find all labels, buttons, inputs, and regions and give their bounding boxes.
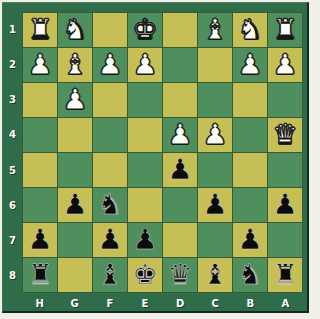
square-f2[interactable]: ♟ xyxy=(93,48,127,82)
square-g8[interactable] xyxy=(58,258,92,292)
square-e8[interactable]: ♚ xyxy=(128,258,162,292)
square-b5[interactable] xyxy=(233,153,267,187)
rank-label-1: 1 xyxy=(3,12,22,47)
square-d3[interactable] xyxy=(163,83,197,117)
square-d4[interactable]: ♟ xyxy=(163,118,197,152)
file-label-e: E xyxy=(127,295,162,312)
square-a6[interactable]: ♟ xyxy=(268,188,302,222)
square-h2[interactable]: ♟ xyxy=(23,48,57,82)
square-h6[interactable] xyxy=(23,188,57,222)
square-c4[interactable]: ♟ xyxy=(198,118,232,152)
square-b1[interactable]: ♞ xyxy=(233,13,267,47)
square-b7[interactable]: ♟ xyxy=(233,223,267,257)
piece-white-knight: ♞ xyxy=(233,13,267,47)
chess-board[interactable]: ♜♞♚♝♞♜♟♝♟♟♟♟♟♟♟♛♟♟♞♟♟♟♟♟♟♜♝♚♛♝♞♜ xyxy=(22,12,303,293)
rank-label-4: 4 xyxy=(3,117,22,152)
square-a5[interactable] xyxy=(268,153,302,187)
square-d2[interactable] xyxy=(163,48,197,82)
piece-black-pawn: ♟ xyxy=(23,223,57,257)
file-label-f: F xyxy=(92,295,127,312)
piece-white-pawn: ♟ xyxy=(163,118,197,152)
square-b8[interactable]: ♞ xyxy=(233,258,267,292)
piece-black-pawn: ♟ xyxy=(128,223,162,257)
square-a7[interactable] xyxy=(268,223,302,257)
square-f5[interactable] xyxy=(93,153,127,187)
square-h7[interactable]: ♟ xyxy=(23,223,57,257)
square-h1[interactable]: ♜ xyxy=(23,13,57,47)
piece-black-queen: ♛ xyxy=(163,258,197,292)
file-label-g: G xyxy=(57,295,92,312)
square-c1[interactable]: ♝ xyxy=(198,13,232,47)
square-d8[interactable]: ♛ xyxy=(163,258,197,292)
square-b6[interactable] xyxy=(233,188,267,222)
square-e2[interactable]: ♟ xyxy=(128,48,162,82)
piece-black-pawn: ♟ xyxy=(268,188,302,222)
square-a4[interactable]: ♛ xyxy=(268,118,302,152)
piece-white-pawn: ♟ xyxy=(128,48,162,82)
piece-black-pawn: ♟ xyxy=(233,223,267,257)
square-f7[interactable]: ♟ xyxy=(93,223,127,257)
piece-black-knight: ♞ xyxy=(93,188,127,222)
square-d1[interactable] xyxy=(163,13,197,47)
file-label-h: H xyxy=(22,295,57,312)
square-g3[interactable]: ♟ xyxy=(58,83,92,117)
piece-black-pawn: ♟ xyxy=(163,153,197,187)
rank-label-5: 5 xyxy=(3,153,22,188)
file-labels: HGFEDCBA xyxy=(22,295,303,312)
piece-black-rook: ♜ xyxy=(268,258,302,292)
square-h3[interactable] xyxy=(23,83,57,117)
square-e1[interactable]: ♚ xyxy=(128,13,162,47)
square-f3[interactable] xyxy=(93,83,127,117)
file-label-a: A xyxy=(268,295,303,312)
square-b2[interactable]: ♟ xyxy=(233,48,267,82)
square-h5[interactable] xyxy=(23,153,57,187)
square-g5[interactable] xyxy=(58,153,92,187)
square-f1[interactable] xyxy=(93,13,127,47)
square-f4[interactable] xyxy=(93,118,127,152)
piece-black-pawn: ♟ xyxy=(93,223,127,257)
square-a8[interactable]: ♜ xyxy=(268,258,302,292)
square-h4[interactable] xyxy=(23,118,57,152)
piece-white-knight: ♞ xyxy=(58,13,92,47)
square-g2[interactable]: ♝ xyxy=(58,48,92,82)
piece-black-king: ♚ xyxy=(128,258,162,292)
rank-labels: 12345678 xyxy=(3,12,22,293)
rank-label-6: 6 xyxy=(3,188,22,223)
square-e3[interactable] xyxy=(128,83,162,117)
piece-white-bishop: ♝ xyxy=(198,13,232,47)
square-c7[interactable] xyxy=(198,223,232,257)
piece-white-pawn: ♟ xyxy=(23,48,57,82)
page-background: 12345678 ♜♞♚♝♞♜♟♝♟♟♟♟♟♟♟♛♟♟♞♟♟♟♟♟♟♜♝♚♛♝♞… xyxy=(0,0,320,319)
square-c3[interactable] xyxy=(198,83,232,117)
square-h8[interactable]: ♜ xyxy=(23,258,57,292)
rank-label-3: 3 xyxy=(3,82,22,117)
square-g7[interactable] xyxy=(58,223,92,257)
piece-black-bishop: ♝ xyxy=(93,258,127,292)
square-f8[interactable]: ♝ xyxy=(93,258,127,292)
piece-white-bishop: ♝ xyxy=(58,48,92,82)
square-c5[interactable] xyxy=(198,153,232,187)
square-g6[interactable]: ♟ xyxy=(58,188,92,222)
square-a3[interactable] xyxy=(268,83,302,117)
piece-white-pawn: ♟ xyxy=(58,83,92,117)
square-d5[interactable]: ♟ xyxy=(163,153,197,187)
rank-label-2: 2 xyxy=(3,47,22,82)
piece-white-pawn: ♟ xyxy=(233,48,267,82)
piece-black-pawn: ♟ xyxy=(198,188,232,222)
square-d6[interactable] xyxy=(163,188,197,222)
square-b4[interactable] xyxy=(233,118,267,152)
rank-label-8: 8 xyxy=(3,258,22,293)
piece-white-rook: ♜ xyxy=(23,13,57,47)
piece-white-rook: ♜ xyxy=(268,13,302,47)
square-a2[interactable]: ♟ xyxy=(268,48,302,82)
piece-white-pawn: ♟ xyxy=(198,118,232,152)
square-e7[interactable]: ♟ xyxy=(128,223,162,257)
square-f6[interactable]: ♞ xyxy=(93,188,127,222)
rank-label-7: 7 xyxy=(3,223,22,258)
square-c8[interactable]: ♝ xyxy=(198,258,232,292)
file-label-b: B xyxy=(233,295,268,312)
piece-black-bishop: ♝ xyxy=(198,258,232,292)
square-e6[interactable] xyxy=(128,188,162,222)
square-c2[interactable] xyxy=(198,48,232,82)
piece-white-queen: ♛ xyxy=(268,118,302,152)
piece-white-king: ♚ xyxy=(128,13,162,47)
square-c6[interactable]: ♟ xyxy=(198,188,232,222)
file-label-c: C xyxy=(198,295,233,312)
square-g4[interactable] xyxy=(58,118,92,152)
piece-black-knight: ♞ xyxy=(233,258,267,292)
piece-white-pawn: ♟ xyxy=(93,48,127,82)
square-g1[interactable]: ♞ xyxy=(58,13,92,47)
square-b3[interactable] xyxy=(233,83,267,117)
piece-black-rook: ♜ xyxy=(23,258,57,292)
file-label-d: D xyxy=(163,295,198,312)
piece-white-pawn: ♟ xyxy=(268,48,302,82)
chess-board-panel: 12345678 ♜♞♚♝♞♜♟♝♟♟♟♟♟♟♟♛♟♟♞♟♟♟♟♟♟♜♝♚♛♝♞… xyxy=(2,2,309,313)
square-e4[interactable] xyxy=(128,118,162,152)
square-e5[interactable] xyxy=(128,153,162,187)
square-d7[interactable] xyxy=(163,223,197,257)
square-a1[interactable]: ♜ xyxy=(268,13,302,47)
piece-black-pawn: ♟ xyxy=(58,188,92,222)
